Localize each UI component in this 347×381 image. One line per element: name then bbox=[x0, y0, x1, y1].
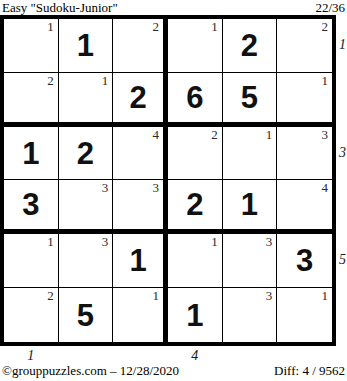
row-label-1: 1 bbox=[339, 38, 346, 52]
given-digit: 2 bbox=[130, 82, 147, 113]
cell-r6c3[interactable]: 1 bbox=[113, 288, 168, 342]
cell-r6c4[interactable]: 1 bbox=[168, 288, 223, 342]
cell-r3c4[interactable]: 2 bbox=[168, 127, 223, 181]
cell-r2c5[interactable]: 5 bbox=[223, 73, 278, 127]
given-digit: 3 bbox=[22, 189, 39, 220]
given-digit: 2 bbox=[241, 30, 258, 61]
cell-r1c1[interactable]: 1 bbox=[4, 19, 59, 73]
cell-r1c2[interactable]: 1 bbox=[59, 19, 114, 73]
given-digit: 1 bbox=[77, 30, 94, 61]
corner-mark: 2 bbox=[322, 20, 329, 34]
cell-r5c3[interactable]: 1 bbox=[113, 234, 168, 288]
cell-r4c2[interactable]: 3 bbox=[59, 180, 114, 234]
corner-mark: 2 bbox=[47, 74, 54, 88]
cell-r6c1[interactable]: 2 bbox=[4, 288, 59, 342]
given-digit: 5 bbox=[241, 82, 258, 113]
col-label-4: 4 bbox=[191, 349, 198, 363]
col-label-1: 1 bbox=[27, 349, 34, 363]
given-digit: 1 bbox=[22, 138, 39, 169]
corner-mark: 3 bbox=[266, 235, 273, 249]
corner-mark: 3 bbox=[102, 235, 109, 249]
sudoku-junior-board: 112122212651124213333214131133251131 bbox=[0, 15, 336, 346]
cell-r3c3[interactable]: 4 bbox=[113, 127, 168, 181]
cell-r1c5[interactable]: 2 bbox=[223, 19, 278, 73]
given-digit: 3 bbox=[296, 245, 313, 276]
corner-mark: 4 bbox=[153, 128, 160, 142]
cell-r6c5[interactable]: 3 bbox=[223, 288, 278, 342]
corner-mark: 2 bbox=[47, 289, 54, 303]
difficulty-text: Diff: 4 / 9562 bbox=[274, 363, 345, 379]
cell-r6c2[interactable]: 5 bbox=[59, 288, 114, 342]
given-digit: 2 bbox=[186, 189, 203, 220]
cell-r3c1[interactable]: 1 bbox=[4, 127, 59, 181]
corner-mark: 1 bbox=[211, 235, 218, 249]
given-digit: 2 bbox=[77, 138, 94, 169]
corner-mark: 1 bbox=[47, 235, 54, 249]
cell-r2c4[interactable]: 6 bbox=[168, 73, 223, 127]
corner-mark: 4 bbox=[322, 181, 329, 195]
given-digit: 1 bbox=[130, 245, 147, 276]
given-digit: 1 bbox=[241, 189, 258, 220]
corner-mark: 2 bbox=[153, 20, 160, 34]
clue-counter: 22/36 bbox=[315, 0, 345, 16]
corner-mark: 1 bbox=[153, 289, 160, 303]
corner-mark: 3 bbox=[153, 181, 160, 195]
corner-mark: 1 bbox=[47, 20, 54, 34]
cell-r3c2[interactable]: 2 bbox=[59, 127, 114, 181]
copyright-text: ©grouppuzzles.com – 12/28/2020 bbox=[2, 363, 179, 379]
given-digit: 5 bbox=[77, 300, 94, 331]
cell-r3c5[interactable]: 1 bbox=[223, 127, 278, 181]
corner-mark: 1 bbox=[102, 74, 109, 88]
corner-mark: 1 bbox=[322, 289, 329, 303]
cell-r1c3[interactable]: 2 bbox=[113, 19, 168, 73]
cell-r6c6[interactable]: 1 bbox=[277, 288, 332, 342]
cell-r2c2[interactable]: 1 bbox=[59, 73, 114, 127]
cell-r2c6[interactable]: 1 bbox=[277, 73, 332, 127]
cell-r3c6[interactable]: 3 bbox=[277, 127, 332, 181]
cell-r1c4[interactable]: 1 bbox=[168, 19, 223, 73]
corner-mark: 1 bbox=[266, 128, 273, 142]
corner-mark: 2 bbox=[211, 128, 218, 142]
cell-r2c1[interactable]: 2 bbox=[4, 73, 59, 127]
corner-mark: 3 bbox=[266, 289, 273, 303]
cell-r5c5[interactable]: 3 bbox=[223, 234, 278, 288]
corner-mark: 1 bbox=[322, 74, 329, 88]
puzzle-page: Easy "Sudoku-Junior" 22/36 1121222126511… bbox=[0, 0, 347, 381]
cell-r4c1[interactable]: 3 bbox=[4, 180, 59, 234]
cell-r2c3[interactable]: 2 bbox=[113, 73, 168, 127]
cell-r4c3[interactable]: 3 bbox=[113, 180, 168, 234]
cell-r5c2[interactable]: 3 bbox=[59, 234, 114, 288]
cell-r5c4[interactable]: 1 bbox=[168, 234, 223, 288]
page-title: Easy "Sudoku-Junior" bbox=[2, 0, 118, 16]
corner-mark: 3 bbox=[322, 128, 329, 142]
cell-r4c5[interactable]: 1 bbox=[223, 180, 278, 234]
cell-r4c4[interactable]: 2 bbox=[168, 180, 223, 234]
cell-r4c6[interactable]: 4 bbox=[277, 180, 332, 234]
given-digit: 1 bbox=[186, 300, 203, 331]
corner-mark: 1 bbox=[211, 20, 218, 34]
cell-r1c6[interactable]: 2 bbox=[277, 19, 332, 73]
corner-mark: 3 bbox=[102, 181, 109, 195]
row-label-5: 5 bbox=[339, 253, 346, 267]
cell-r5c1[interactable]: 1 bbox=[4, 234, 59, 288]
row-label-3: 3 bbox=[339, 146, 346, 160]
cell-r5c6[interactable]: 3 bbox=[277, 234, 332, 288]
given-digit: 6 bbox=[186, 82, 203, 113]
